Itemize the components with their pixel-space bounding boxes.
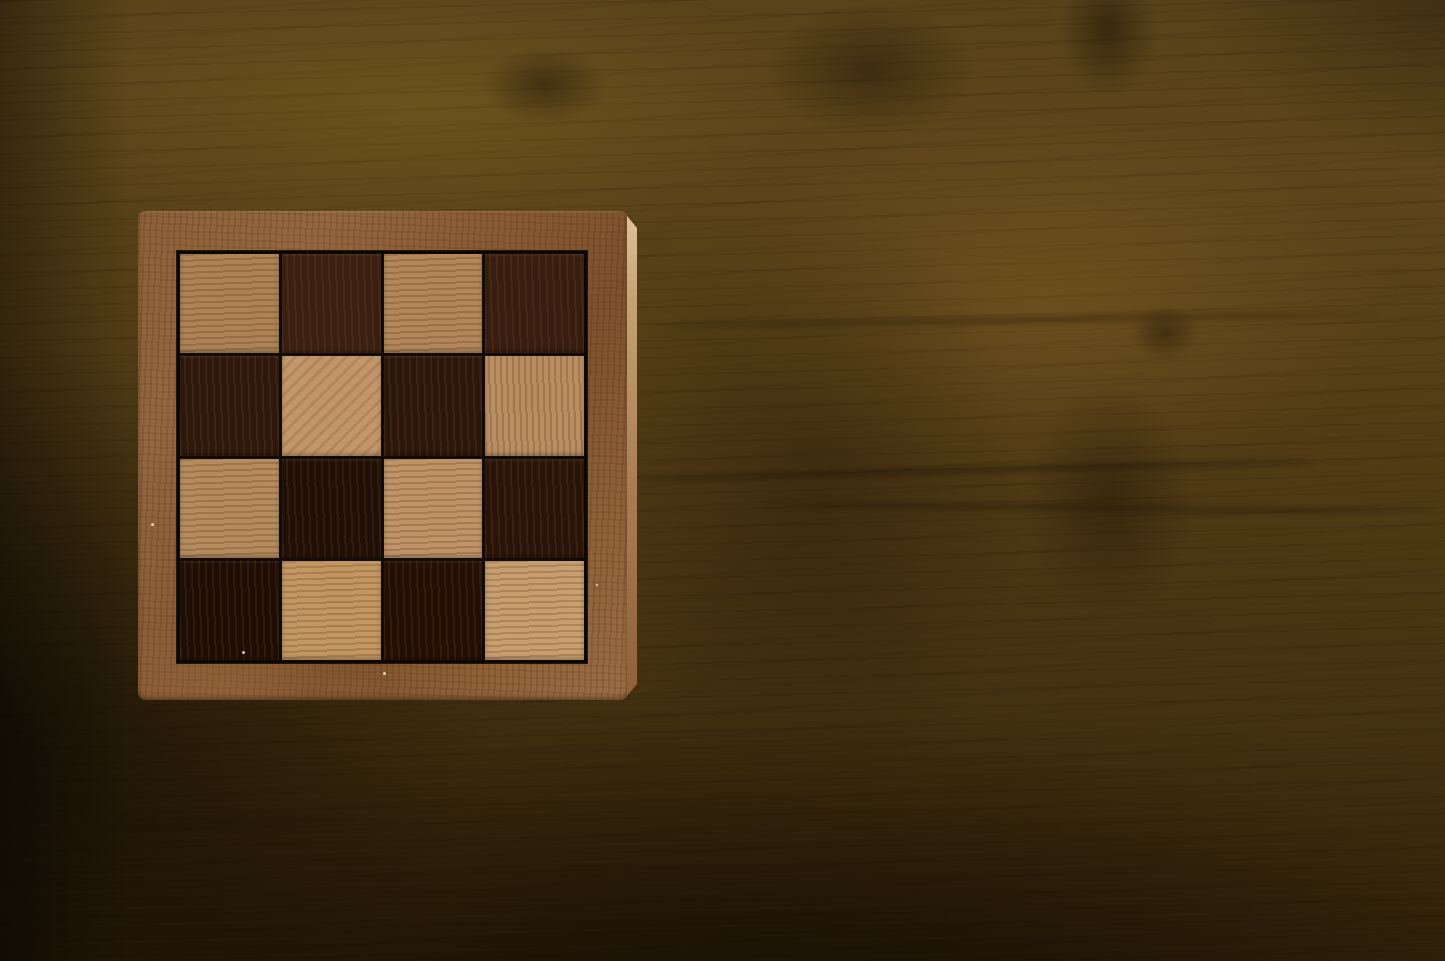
board-cell-r2c1 (180, 356, 279, 455)
board-cell-r4c3 (384, 561, 483, 660)
wood-grain-line (0, 815, 360, 834)
board-cell-r3c4 (485, 459, 584, 558)
board-cell-r3c3 (384, 459, 483, 558)
dust-speck (242, 651, 245, 654)
dust-speck (596, 584, 598, 586)
checkerboard-grid (177, 251, 587, 663)
board-cell-r1c2 (282, 254, 381, 353)
board-cell-r1c1 (180, 254, 279, 353)
board-cell-r2c2 (282, 356, 381, 455)
board-cell-r1c3 (384, 254, 483, 353)
board-cell-r4c1 (180, 561, 279, 660)
dust-speck (383, 672, 386, 675)
dust-speck (151, 523, 154, 526)
board-cell-r4c2 (282, 561, 381, 660)
puzzle-box (138, 211, 637, 700)
board-cell-r1c4 (485, 254, 584, 353)
wood-grain-line (620, 459, 1320, 482)
wood-grain-line (760, 502, 1440, 513)
board-cell-r2c3 (384, 356, 483, 455)
box-side-face (627, 216, 637, 696)
board-cell-r3c1 (180, 459, 279, 558)
board-cell-r2c4 (485, 356, 584, 455)
board-cell-r4c4 (485, 561, 584, 660)
board-cell-r3c2 (282, 459, 381, 558)
photo-scene (0, 0, 1445, 961)
wood-grain-line (660, 312, 1380, 329)
